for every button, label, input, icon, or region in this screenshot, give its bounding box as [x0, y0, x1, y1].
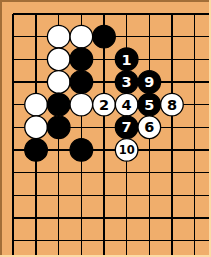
stone-label: 2 — [99, 97, 109, 113]
stone-black-3: 3 — [115, 71, 138, 94]
stone-white — [25, 93, 48, 116]
stone-white-6: 6 — [138, 116, 161, 139]
stone-label: 4 — [122, 97, 132, 113]
frame-edge-right — [209, 0, 211, 257]
stone-black — [93, 25, 116, 48]
stone-black — [47, 116, 70, 139]
white-stone-icon — [47, 25, 70, 48]
stone-black — [70, 139, 93, 162]
stone-white — [47, 25, 70, 48]
white-stone-icon — [47, 48, 70, 71]
black-stone-icon — [25, 139, 48, 162]
stone-label: 8 — [167, 97, 177, 113]
frame-edge-left — [0, 0, 2, 257]
stone-white-8: 8 — [161, 93, 184, 116]
stone-black — [70, 48, 93, 71]
stone-black-1: 1 — [115, 48, 138, 71]
stone-white — [25, 116, 48, 139]
stone-black-9: 9 — [138, 71, 161, 94]
stone-black — [47, 93, 70, 116]
stone-label: 9 — [144, 74, 154, 90]
black-stone-icon — [70, 71, 93, 94]
white-stone-icon — [70, 93, 93, 116]
white-stone-icon — [25, 116, 48, 139]
stone-label: 6 — [144, 119, 154, 135]
stone-white — [47, 48, 70, 71]
white-stone-icon — [25, 93, 48, 116]
go-board: 13924587610 — [0, 0, 211, 257]
black-stone-icon — [70, 48, 93, 71]
black-stone-icon — [70, 139, 93, 162]
white-stone-icon — [70, 25, 93, 48]
stone-white-4: 4 — [115, 93, 138, 116]
stone-white — [70, 25, 93, 48]
stone-black-7: 7 — [115, 116, 138, 139]
stone-label: 3 — [122, 74, 132, 90]
stone-black — [70, 71, 93, 94]
stone-white — [47, 71, 70, 94]
stone-white-10: 10 — [115, 139, 138, 162]
stone-white — [70, 93, 93, 116]
stone-label: 7 — [122, 119, 132, 135]
frame-edge-top — [0, 0, 211, 2]
stone-black-5: 5 — [138, 93, 161, 116]
stone-black — [25, 139, 48, 162]
black-stone-icon — [47, 116, 70, 139]
black-stone-icon — [47, 93, 70, 116]
stone-label: 10 — [119, 143, 135, 157]
black-stone-icon — [93, 25, 116, 48]
stone-white-2: 2 — [93, 93, 116, 116]
white-stone-icon — [47, 71, 70, 94]
stone-label: 5 — [144, 97, 154, 113]
go-diagram: 13924587610 — [0, 0, 211, 257]
stone-label: 1 — [122, 52, 132, 68]
